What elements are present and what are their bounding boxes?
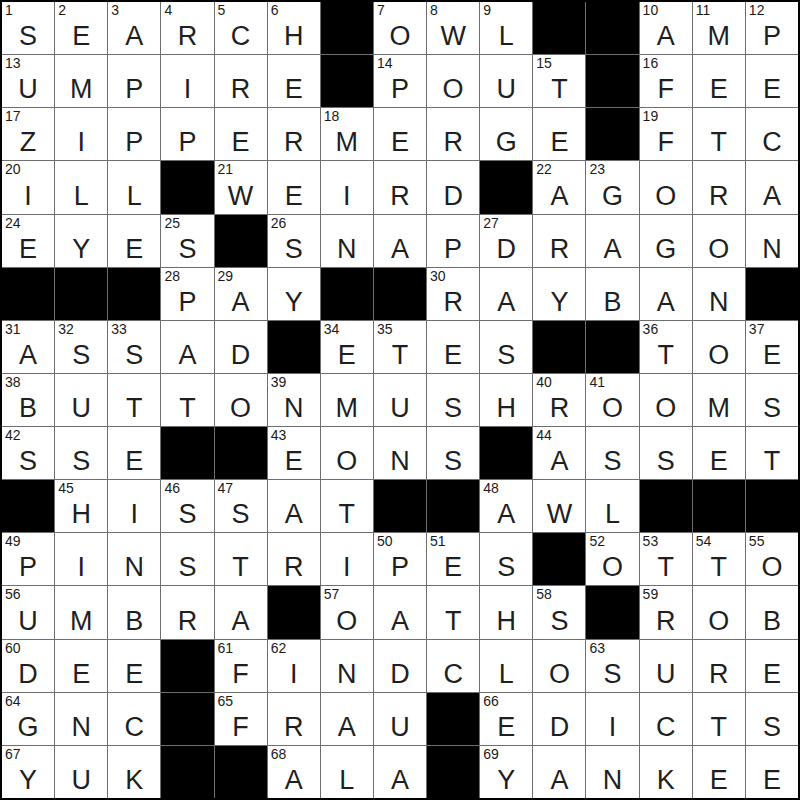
cell-r11c12[interactable]: 52O	[586, 533, 638, 585]
cell-r7c3[interactable]: 33S	[108, 321, 160, 373]
cell-letter: L	[480, 23, 532, 50]
cell-letter: H	[480, 395, 532, 422]
cell-r5c12[interactable]: A	[586, 215, 638, 267]
cell-r14c7[interactable]: A	[321, 693, 373, 745]
cell-r5c10[interactable]: 27D	[480, 215, 532, 267]
cell-r7c11	[533, 321, 585, 373]
cell-r8c1[interactable]: 38B	[2, 374, 54, 426]
clue-number: 62	[271, 640, 287, 657]
cell-r13c12[interactable]: 63S	[586, 640, 638, 692]
clue-number: 67	[5, 746, 21, 763]
cell-r5c6[interactable]: 26S	[268, 215, 320, 267]
cell-r5c11[interactable]: R	[533, 215, 585, 267]
cell-r13c9[interactable]: C	[427, 640, 479, 692]
cell-r2c4[interactable]: I	[161, 55, 213, 107]
cell-letter: N	[746, 236, 798, 263]
cell-letter: E	[55, 23, 107, 50]
clue-number: 30	[430, 268, 446, 285]
cell-r12c11[interactable]: 58S	[533, 586, 585, 638]
cell-r11c10[interactable]: S	[480, 533, 532, 585]
cell-letter: S	[640, 448, 692, 475]
cell-r12c4[interactable]: R	[161, 586, 213, 638]
cell-r7c9[interactable]: E	[427, 321, 479, 373]
cell-r11c13[interactable]: 53T	[640, 533, 692, 585]
cell-letter: N	[693, 289, 745, 316]
cell-r9c12[interactable]: S	[586, 427, 638, 479]
cell-r3c3[interactable]: P	[108, 108, 160, 160]
cell-letter: A	[533, 448, 585, 475]
cell-r1c5[interactable]: 5C	[215, 2, 267, 54]
cell-letter: E	[268, 183, 320, 210]
cell-r14c15[interactable]: S	[746, 693, 798, 745]
cell-r7c10[interactable]: S	[480, 321, 532, 373]
cell-letter: K	[108, 767, 160, 794]
cell-letter: P	[2, 554, 54, 581]
cell-r11c15[interactable]: 55O	[746, 533, 798, 585]
cell-letter: H	[268, 23, 320, 50]
cell-r2c15[interactable]: E	[746, 55, 798, 107]
cell-r9c15[interactable]: T	[746, 427, 798, 479]
cell-r9c8[interactable]: N	[374, 427, 426, 479]
cell-letter: T	[693, 129, 745, 156]
cell-r10c11[interactable]: W	[533, 480, 585, 532]
cell-r15c7[interactable]: L	[321, 746, 373, 798]
cell-r15c1[interactable]: 67Y	[2, 746, 54, 798]
cell-letter: O	[746, 554, 798, 581]
cell-letter: N	[586, 767, 638, 794]
cell-letter: E	[268, 76, 320, 103]
cell-r6c4[interactable]: 28P	[161, 268, 213, 320]
cell-r12c7[interactable]: 57O	[321, 586, 373, 638]
cell-letter: O	[533, 661, 585, 688]
cell-r10c7[interactable]: T	[321, 480, 373, 532]
cell-r4c5[interactable]: 21W	[215, 161, 267, 213]
cell-r5c7[interactable]: N	[321, 215, 373, 267]
cell-r4c8[interactable]: R	[374, 161, 426, 213]
cell-letter: N	[374, 448, 426, 475]
cell-r3c10[interactable]: G	[480, 108, 532, 160]
cell-letter: E	[427, 554, 479, 581]
cell-letter: C	[746, 129, 798, 156]
cell-r5c14[interactable]: O	[693, 215, 745, 267]
cell-r5c3[interactable]: E	[108, 215, 160, 267]
cell-r6c14[interactable]: N	[693, 268, 745, 320]
clue-number: 12	[749, 2, 765, 19]
cell-r13c7[interactable]: N	[321, 640, 373, 692]
cell-r4c7[interactable]: I	[321, 161, 373, 213]
cell-r3c11[interactable]: E	[533, 108, 585, 160]
cell-letter: E	[693, 448, 745, 475]
cell-letter: B	[108, 608, 160, 635]
clue-number: 36	[643, 321, 659, 338]
cell-r8c14[interactable]: M	[693, 374, 745, 426]
cell-r9c3[interactable]: E	[108, 427, 160, 479]
cell-letter: E	[746, 76, 798, 103]
cell-r15c9	[427, 746, 479, 798]
cell-r13c4	[161, 640, 213, 692]
cell-r14c5[interactable]: 65F	[215, 693, 267, 745]
cell-r7c1[interactable]: 31A	[2, 321, 54, 373]
cell-letter: T	[640, 342, 692, 369]
cell-letter: H	[480, 608, 532, 635]
cell-r4c1[interactable]: 20I	[2, 161, 54, 213]
cell-r13c8[interactable]: D	[374, 640, 426, 692]
cell-letter: N	[321, 661, 373, 688]
cell-letter: E	[746, 767, 798, 794]
clue-number: 13	[5, 55, 21, 72]
cell-r7c5[interactable]: D	[215, 321, 267, 373]
cell-r6c5[interactable]: 29A	[215, 268, 267, 320]
cell-r5c9[interactable]: P	[427, 215, 479, 267]
cell-r2c13[interactable]: 16F	[640, 55, 692, 107]
clue-number: 65	[218, 693, 234, 710]
cell-r3c15[interactable]: C	[746, 108, 798, 160]
cell-r8c3[interactable]: T	[108, 374, 160, 426]
cell-letter: U	[55, 767, 107, 794]
cell-letter: P	[161, 289, 213, 316]
cell-r11c7[interactable]: I	[321, 533, 373, 585]
cell-r12c15[interactable]: B	[746, 586, 798, 638]
cell-letter: S	[55, 342, 107, 369]
cell-r8c5[interactable]: O	[215, 374, 267, 426]
cell-r13c10[interactable]: L	[480, 640, 532, 692]
cell-r9c2[interactable]: S	[55, 427, 107, 479]
cell-letter: D	[374, 661, 426, 688]
cell-letter: Y	[2, 767, 54, 794]
cell-r6c8	[374, 268, 426, 320]
cell-r8c12[interactable]: 41O	[586, 374, 638, 426]
cell-r2c3[interactable]: P	[108, 55, 160, 107]
cell-letter: I	[321, 183, 373, 210]
cell-r13c15[interactable]: E	[746, 640, 798, 692]
cell-letter: A	[215, 289, 267, 316]
cell-r5c1[interactable]: 24E	[2, 215, 54, 267]
clue-number: 6	[271, 2, 279, 19]
cell-r15c13[interactable]: K	[640, 746, 692, 798]
cell-r14c10[interactable]: 66E	[480, 693, 532, 745]
cell-letter: S	[586, 661, 638, 688]
cell-r13c3[interactable]: E	[108, 640, 160, 692]
cell-r13c6[interactable]: 62I	[268, 640, 320, 692]
cell-r15c15[interactable]: E	[746, 746, 798, 798]
cell-r15c12[interactable]: N	[586, 746, 638, 798]
cell-r13c5[interactable]: 61F	[215, 640, 267, 692]
cell-r14c13[interactable]: C	[640, 693, 692, 745]
cell-r7c13[interactable]: 36T	[640, 321, 692, 373]
cell-r1c13[interactable]: 10A	[640, 2, 692, 54]
cell-r4c11[interactable]: 22A	[533, 161, 585, 213]
cell-r9c11[interactable]: 44A	[533, 427, 585, 479]
cell-r4c2[interactable]: L	[55, 161, 107, 213]
cell-r6c1	[2, 268, 54, 320]
cell-r2c14[interactable]: E	[693, 55, 745, 107]
cell-letter: I	[55, 129, 107, 156]
cell-r3c13[interactable]: 19F	[640, 108, 692, 160]
cell-letter: O	[640, 395, 692, 422]
clue-number: 5	[218, 2, 226, 19]
cell-r13c13[interactable]: U	[640, 640, 692, 692]
cell-letter: A	[108, 23, 160, 50]
cell-r2c11[interactable]: 15T	[533, 55, 585, 107]
cell-r10c8	[374, 480, 426, 532]
cell-r14c1[interactable]: 64G	[2, 693, 54, 745]
cell-r3c14[interactable]: T	[693, 108, 745, 160]
clue-number: 16	[643, 55, 659, 72]
clue-number: 48	[483, 480, 499, 497]
clue-number: 21	[218, 161, 234, 178]
cell-r12c12	[586, 586, 638, 638]
cell-r4c3[interactable]: L	[108, 161, 160, 213]
cell-letter: W	[215, 183, 267, 210]
cell-r2c9[interactable]: O	[427, 55, 479, 107]
cell-r12c3[interactable]: B	[108, 586, 160, 638]
cell-letter: Y	[533, 289, 585, 316]
cell-r15c14[interactable]: E	[693, 746, 745, 798]
cell-r2c5[interactable]: R	[215, 55, 267, 107]
cell-letter: O	[693, 608, 745, 635]
cell-r10c5[interactable]: 47S	[215, 480, 267, 532]
cell-r15c10[interactable]: 69Y	[480, 746, 532, 798]
cell-r9c14[interactable]: E	[693, 427, 745, 479]
cell-r12c9[interactable]: T	[427, 586, 479, 638]
cell-r15c6[interactable]: 68A	[268, 746, 320, 798]
cell-letter: R	[268, 129, 320, 156]
cell-r12c1[interactable]: 56U	[2, 586, 54, 638]
cell-r11c5[interactable]: T	[215, 533, 267, 585]
cell-letter: B	[2, 395, 54, 422]
cell-r5c4[interactable]: 25S	[161, 215, 213, 267]
cell-r6c11[interactable]: Y	[533, 268, 585, 320]
clue-number: 58	[536, 586, 552, 603]
cell-r12c5[interactable]: A	[215, 586, 267, 638]
cell-r9c7[interactable]: O	[321, 427, 373, 479]
cell-r11c4[interactable]: S	[161, 533, 213, 585]
cell-r1c15[interactable]: 12P	[746, 2, 798, 54]
cell-r5c8[interactable]: A	[374, 215, 426, 267]
cell-r9c13[interactable]: S	[640, 427, 692, 479]
cell-letter: L	[321, 767, 373, 794]
cell-r9c4	[161, 427, 213, 479]
cell-r14c14[interactable]: T	[693, 693, 745, 745]
cell-r1c1[interactable]: 1S	[2, 2, 54, 54]
cell-r11c1[interactable]: 49P	[2, 533, 54, 585]
cell-letter: E	[693, 767, 745, 794]
cell-letter: F	[215, 714, 267, 741]
cell-r4c15[interactable]: A	[746, 161, 798, 213]
cell-r8c4[interactable]: T	[161, 374, 213, 426]
cell-r1c10[interactable]: 9L	[480, 2, 532, 54]
cell-r11c14[interactable]: 54T	[693, 533, 745, 585]
cell-r10c3[interactable]: I	[108, 480, 160, 532]
cell-r8c6[interactable]: 39N	[268, 374, 320, 426]
cell-r4c13[interactable]: O	[640, 161, 692, 213]
cell-r11c2[interactable]: I	[55, 533, 107, 585]
cell-r2c8[interactable]: 14P	[374, 55, 426, 107]
cell-r3c1[interactable]: 17Z	[2, 108, 54, 160]
cell-r8c8[interactable]: U	[374, 374, 426, 426]
cell-letter: C	[640, 714, 692, 741]
cell-r7c7[interactable]: 34E	[321, 321, 373, 373]
cell-letter: L	[108, 183, 160, 210]
cell-r8c7[interactable]: M	[321, 374, 373, 426]
clue-number: 34	[324, 321, 340, 338]
clue-number: 51	[430, 533, 446, 550]
cell-letter: D	[215, 342, 267, 369]
cell-r3c5[interactable]: E	[215, 108, 267, 160]
cell-r2c2[interactable]: M	[55, 55, 107, 107]
cell-r2c10[interactable]: U	[480, 55, 532, 107]
cell-letter: M	[55, 76, 107, 103]
clue-number: 23	[589, 161, 605, 178]
cell-letter: U	[640, 661, 692, 688]
cell-r14c11[interactable]: D	[533, 693, 585, 745]
cell-r12c8[interactable]: A	[374, 586, 426, 638]
cell-letter: A	[215, 608, 267, 635]
cell-r3c7[interactable]: 18M	[321, 108, 373, 160]
cell-r9c1[interactable]: 42S	[2, 427, 54, 479]
cell-letter: K	[640, 767, 692, 794]
cell-letter: A	[161, 342, 213, 369]
cell-r6c6[interactable]: Y	[268, 268, 320, 320]
cell-r3c6[interactable]: R	[268, 108, 320, 160]
clue-number: 35	[377, 321, 393, 338]
clue-number: 24	[5, 215, 21, 232]
clue-number: 25	[164, 215, 180, 232]
cell-letter: S	[533, 608, 585, 635]
cell-r11c3[interactable]: N	[108, 533, 160, 585]
cell-r8c2[interactable]: U	[55, 374, 107, 426]
cell-r14c4	[161, 693, 213, 745]
cell-r10c6[interactable]: A	[268, 480, 320, 532]
cell-r7c14[interactable]: O	[693, 321, 745, 373]
cell-letter: R	[693, 661, 745, 688]
cell-r10c2[interactable]: 45H	[55, 480, 107, 532]
cell-r4c14[interactable]: R	[693, 161, 745, 213]
cell-r9c6[interactable]: 43E	[268, 427, 320, 479]
cell-letter: F	[640, 76, 692, 103]
cell-r13c1[interactable]: 60D	[2, 640, 54, 692]
cell-r6c9[interactable]: 30R	[427, 268, 479, 320]
cell-r3c8[interactable]: E	[374, 108, 426, 160]
cell-r8c15[interactable]: S	[746, 374, 798, 426]
cell-r10c12[interactable]: L	[586, 480, 638, 532]
cell-r2c1[interactable]: 13U	[2, 55, 54, 107]
cell-r15c5	[215, 746, 267, 798]
cell-r12c13[interactable]: 59R	[640, 586, 692, 638]
clue-number: 15	[536, 55, 552, 72]
cell-r5c15[interactable]: N	[746, 215, 798, 267]
clue-number: 52	[589, 533, 605, 550]
cell-r8c13[interactable]: O	[640, 374, 692, 426]
cell-r1c8[interactable]: 7O	[374, 2, 426, 54]
clue-number: 61	[218, 640, 234, 657]
clue-number: 1	[5, 2, 13, 19]
cell-r4c12[interactable]: 23G	[586, 161, 638, 213]
clue-number: 20	[5, 161, 21, 178]
cell-letter: P	[374, 76, 426, 103]
clue-number: 32	[58, 321, 74, 338]
cell-r6c2	[55, 268, 107, 320]
cell-r10c4[interactable]: 46S	[161, 480, 213, 532]
cell-r7c6	[268, 321, 320, 373]
cell-r14c6[interactable]: R	[268, 693, 320, 745]
cell-r1c14[interactable]: 11M	[693, 2, 745, 54]
cell-r4c6[interactable]: E	[268, 161, 320, 213]
cell-r8c11[interactable]: 40R	[533, 374, 585, 426]
cell-letter: A	[533, 183, 585, 210]
cell-r15c2[interactable]: U	[55, 746, 107, 798]
clue-number: 43	[271, 427, 287, 444]
cell-letter: Y	[268, 289, 320, 316]
cell-r11c6[interactable]: R	[268, 533, 320, 585]
cell-letter: L	[55, 183, 107, 210]
cell-r13c2[interactable]: E	[55, 640, 107, 692]
cell-letter: G	[2, 714, 54, 741]
cell-r11c8[interactable]: 50P	[374, 533, 426, 585]
cell-r1c2[interactable]: 2E	[55, 2, 107, 54]
cell-letter: M	[321, 129, 373, 156]
cell-r5c13[interactable]: G	[640, 215, 692, 267]
cell-r3c2[interactable]: I	[55, 108, 107, 160]
cell-r15c3[interactable]: K	[108, 746, 160, 798]
cell-r7c2[interactable]: 32S	[55, 321, 107, 373]
cell-r15c8[interactable]: A	[374, 746, 426, 798]
cell-r14c2[interactable]: N	[55, 693, 107, 745]
cell-r13c14[interactable]: R	[693, 640, 745, 692]
cell-r12c2[interactable]: M	[55, 586, 107, 638]
cell-r8c9[interactable]: S	[427, 374, 479, 426]
cell-letter: O	[640, 183, 692, 210]
cell-r3c4[interactable]: P	[161, 108, 213, 160]
cell-letter: E	[321, 342, 373, 369]
cell-r7c8[interactable]: 35T	[374, 321, 426, 373]
cell-r6c12[interactable]: B	[586, 268, 638, 320]
cell-r7c15[interactable]: 37E	[746, 321, 798, 373]
cell-letter: D	[480, 236, 532, 263]
clue-number: 40	[536, 374, 552, 391]
cell-r8c10[interactable]: H	[480, 374, 532, 426]
cell-r14c12[interactable]: I	[586, 693, 638, 745]
cell-letter: P	[108, 76, 160, 103]
cell-r4c9[interactable]: D	[427, 161, 479, 213]
cell-r6c10[interactable]: A	[480, 268, 532, 320]
cell-r9c9[interactable]: S	[427, 427, 479, 479]
cell-r5c2[interactable]: Y	[55, 215, 107, 267]
cell-r11c9[interactable]: 51E	[427, 533, 479, 585]
cell-r4c10	[480, 161, 532, 213]
cell-r7c4[interactable]: A	[161, 321, 213, 373]
cell-r1c11	[533, 2, 585, 54]
cell-r10c10[interactable]: 48A	[480, 480, 532, 532]
cell-r13c11[interactable]: O	[533, 640, 585, 692]
cell-letter: T	[640, 554, 692, 581]
cell-r1c6[interactable]: 6H	[268, 2, 320, 54]
cell-r3c9[interactable]: R	[427, 108, 479, 160]
cell-letter: N	[321, 236, 373, 263]
cell-r1c9[interactable]: 8W	[427, 2, 479, 54]
cell-r12c14[interactable]: O	[693, 586, 745, 638]
cell-letter: A	[480, 501, 532, 528]
cell-r12c10[interactable]: H	[480, 586, 532, 638]
cell-letter: U	[2, 76, 54, 103]
cell-r1c4[interactable]: 4R	[161, 2, 213, 54]
cell-r6c13[interactable]: A	[640, 268, 692, 320]
cell-r14c8[interactable]: U	[374, 693, 426, 745]
cell-r2c6[interactable]: E	[268, 55, 320, 107]
cell-r1c3[interactable]: 3A	[108, 2, 160, 54]
cell-r15c11[interactable]: A	[533, 746, 585, 798]
cell-r14c3[interactable]: C	[108, 693, 160, 745]
